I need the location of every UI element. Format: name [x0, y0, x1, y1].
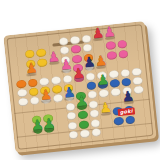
orange-pawn[interactable]: ♟: [24, 59, 38, 76]
board-cell-white: [65, 103, 75, 112]
board-cell-white: [89, 110, 99, 119]
brand-logo: goki: [118, 107, 135, 116]
pawn-shadow: [85, 66, 95, 70]
navy-pawn[interactable]: ♟: [121, 87, 135, 104]
pawn-shadow: [123, 100, 133, 104]
board-cell-pink: [117, 40, 127, 49]
orange-pawn[interactable]: ♟: [39, 86, 53, 103]
pawn-shadow: [105, 36, 115, 40]
pawn-shadow: [93, 37, 103, 41]
board-cell-white: [17, 89, 27, 98]
board-cell-pink: [107, 51, 117, 60]
board-cell-white: [62, 74, 72, 83]
board-cell-yellow: [52, 85, 62, 94]
board-cell-pink: [72, 54, 82, 63]
pawn-shadow: [27, 73, 37, 77]
board-cell-white: [81, 34, 91, 43]
pawn-shadow: [96, 65, 106, 69]
board-cell-white: [120, 68, 130, 77]
pawn-shadow: [77, 105, 87, 109]
board-cell-white: [110, 88, 120, 97]
board-cell-yellow: [29, 87, 39, 96]
board-cells: [3, 21, 144, 36]
board-cell-white: [18, 98, 28, 107]
board-cell-blue: [125, 115, 135, 124]
yellow-pawn[interactable]: ♟: [99, 99, 113, 116]
board-cell-orange: [16, 79, 26, 88]
board-cell-white: [99, 89, 109, 98]
pawn-shadow: [33, 129, 43, 133]
pawn-shadow: [44, 128, 54, 132]
product-photo: ♟♟♟♟♟♟♟♟♟♟♟♟♟♟♟♟ goki: [0, 0, 160, 160]
board-cell-white: [87, 91, 97, 100]
red-pawn[interactable]: ♟: [72, 64, 86, 81]
board-cell-blue: [121, 78, 131, 87]
board-cell-white: [88, 100, 98, 109]
pawn-shadow: [98, 84, 108, 88]
board-cell-white: [80, 130, 90, 139]
board-cell-white: [82, 44, 92, 53]
green-pawn[interactable]: ♟: [42, 115, 56, 132]
board-cell-pink: [71, 45, 81, 54]
board: ♟♟♟♟♟♟♟♟♟♟♟♟♟♟♟♟ goki: [3, 21, 157, 153]
green-pawn[interactable]: ♟: [96, 71, 110, 88]
board-cell-orange: [28, 78, 38, 87]
board-cell-green: [79, 120, 89, 129]
board-cell-white: [132, 67, 142, 76]
board-pawns: ♟♟♟♟♟♟♟♟♟♟♟♟♟♟♟♟: [3, 21, 144, 36]
board-cell-white: [134, 86, 144, 95]
board-cell-yellow: [25, 50, 35, 59]
pink-pawn[interactable]: ♟: [102, 23, 116, 40]
board-cell-white: [85, 72, 95, 81]
board-cell-white: [68, 131, 78, 140]
board-cell-yellow: [37, 58, 47, 67]
board-cell-white: [133, 76, 143, 85]
board-cell-white: [90, 119, 100, 128]
board-cell-white: [53, 94, 63, 103]
board-cell-white: [91, 128, 101, 137]
orange-pawn[interactable]: ♟: [94, 52, 108, 69]
board-cell-white: [67, 121, 77, 130]
board-cell-white: [39, 77, 49, 86]
green-pawn[interactable]: ♟: [75, 92, 89, 109]
board-cell-pink: [118, 49, 128, 58]
pawn-shadow: [49, 61, 59, 65]
board-cell-white: [66, 112, 76, 121]
board-cell-green: [78, 111, 88, 120]
board-cell-pink: [106, 41, 116, 50]
board-cell-blue: [113, 116, 123, 125]
board-cell-yellow: [36, 49, 46, 58]
board-cell-blue: [86, 81, 96, 90]
board-cell-white: [51, 76, 61, 85]
board-cell-blue: [110, 79, 120, 88]
pawn-shadow: [61, 69, 71, 73]
board-cell-white: [59, 46, 69, 55]
board-cell-white: [109, 69, 119, 78]
board-cell-white: [29, 97, 39, 106]
